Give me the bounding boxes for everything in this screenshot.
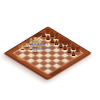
watermark-line <box>28 43 60 45</box>
watermark-line <box>32 47 54 49</box>
stock-watermark <box>28 43 60 51</box>
board-grid <box>13 31 84 74</box>
chess-set-photo: ♜♞♝♛♚♝♞♜♟♟♟♟♟♟♟♟♜♞♝♚♛♟♟♟♟ <box>0 0 100 100</box>
chess-board <box>4 26 92 79</box>
